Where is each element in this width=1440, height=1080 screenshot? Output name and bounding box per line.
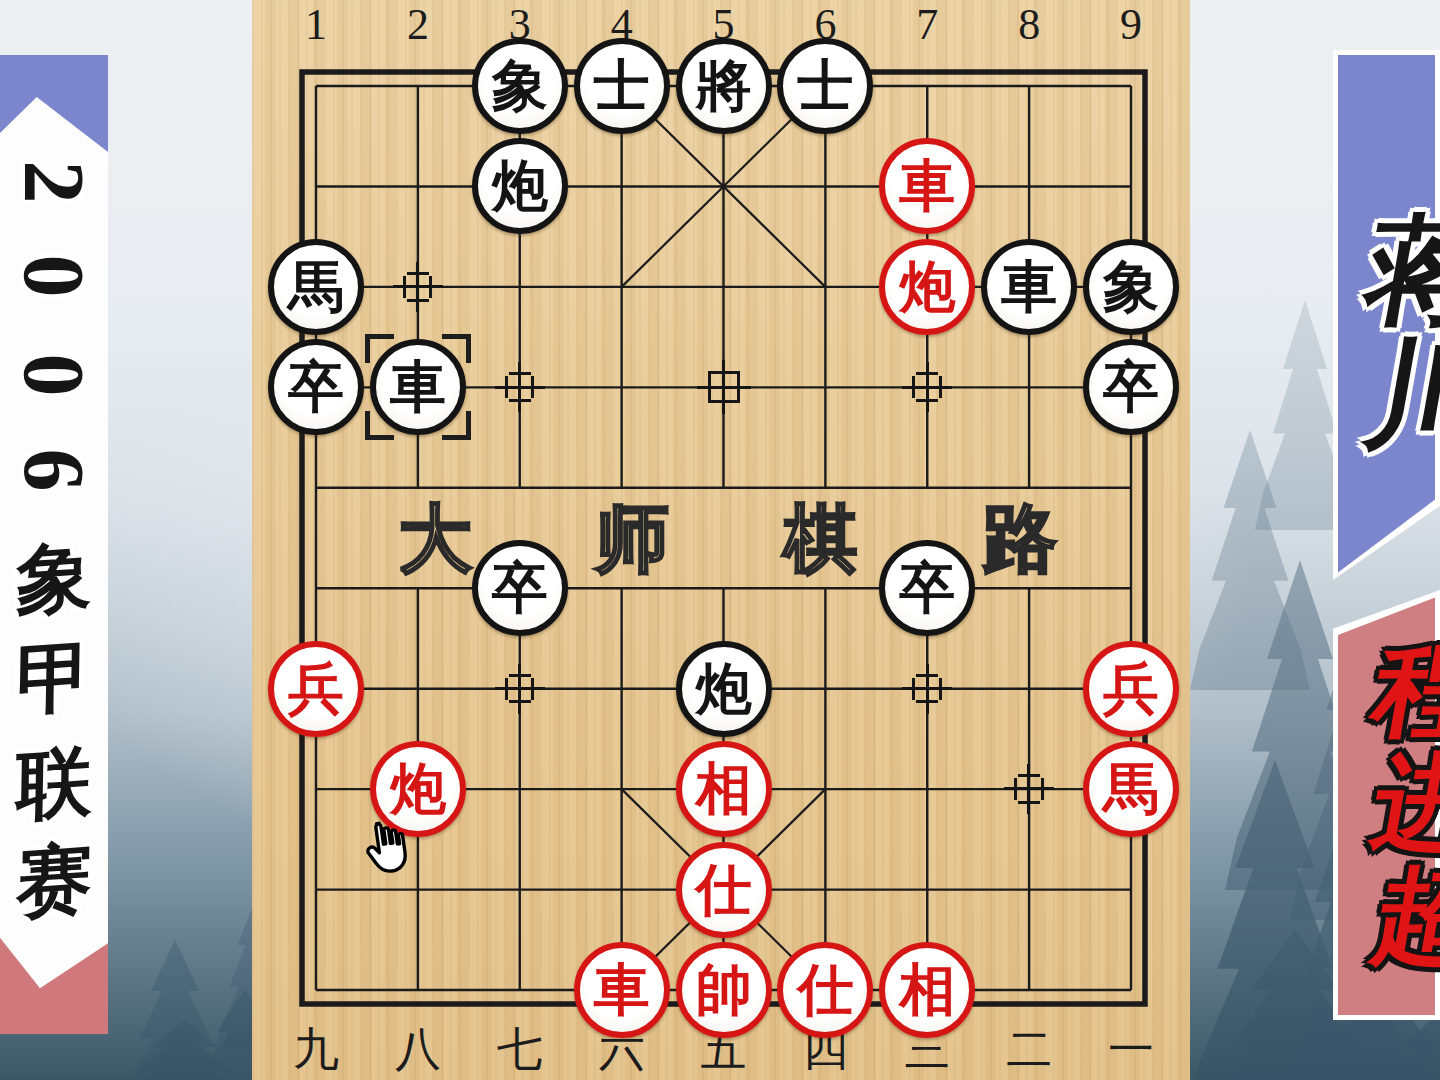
red-piece-車[interactable]: 車 [879, 138, 975, 234]
black-piece-車[interactable]: 車 [981, 239, 1077, 335]
red-piece-車[interactable]: 車 [574, 942, 670, 1038]
red-piece-仕[interactable]: 仕 [777, 942, 873, 1038]
bottom-file-label: 二 [1006, 1019, 1052, 1080]
bottom-file-label: 八 [395, 1019, 441, 1080]
red-piece-馬[interactable]: 馬 [1083, 741, 1179, 837]
river-char: 师 [595, 490, 669, 590]
move-origin-marker [697, 360, 751, 414]
point-marker [495, 664, 545, 714]
black-piece-炮[interactable]: 炮 [472, 138, 568, 234]
left-banner-char: 0 [4, 354, 104, 397]
black-piece-象[interactable]: 象 [1083, 239, 1179, 335]
left-banner-char: 象 [15, 526, 93, 635]
black-piece-卒[interactable]: 卒 [472, 540, 568, 636]
black-piece-車[interactable]: 車 [370, 339, 466, 435]
point-marker [1004, 764, 1054, 814]
black-piece-炮[interactable]: 炮 [676, 641, 772, 737]
left-banner-char: 联 [15, 731, 93, 840]
river-char: 路 [983, 490, 1057, 590]
black-piece-士[interactable]: 士 [777, 38, 873, 134]
red-piece-相[interactable]: 相 [676, 741, 772, 837]
point-marker [902, 362, 952, 412]
top-file-label: 7 [916, 0, 938, 50]
black-piece-卒[interactable]: 卒 [1083, 339, 1179, 435]
red-piece-炮[interactable]: 炮 [879, 239, 975, 335]
bottom-file-label: 七 [497, 1019, 543, 1080]
river-char: 大 [398, 490, 472, 590]
black-piece-士[interactable]: 士 [574, 38, 670, 134]
top-file-label: 9 [1120, 0, 1142, 50]
red-piece-帥[interactable]: 帥 [676, 942, 772, 1038]
left-banner-char: 赛 [15, 828, 93, 937]
top-file-label: 1 [305, 0, 327, 50]
bottom-file-label: 九 [293, 1019, 339, 1080]
black-piece-將[interactable]: 將 [676, 38, 772, 134]
red-piece-兵[interactable]: 兵 [1083, 641, 1179, 737]
point-marker [495, 362, 545, 412]
black-piece-象[interactable]: 象 [472, 38, 568, 134]
left-banner-char: 0 [4, 255, 104, 298]
video-frame: 大师棋路 123456789九八七六五四三二一 象士將士炮車馬炮車象卒車卒卒卒兵… [0, 0, 1440, 1080]
point-marker [902, 664, 952, 714]
hand-cursor-icon [351, 812, 417, 883]
red-piece-仕[interactable]: 仕 [676, 842, 772, 938]
left-banner-char: 6 [4, 449, 104, 492]
top-file-label: 2 [407, 0, 429, 50]
red-piece-兵[interactable]: 兵 [268, 641, 364, 737]
black-piece-馬[interactable]: 馬 [268, 239, 364, 335]
black-piece-卒[interactable]: 卒 [879, 540, 975, 636]
red-piece-相[interactable]: 相 [879, 942, 975, 1038]
bottom-file-label: 一 [1108, 1019, 1154, 1080]
left-banner-char: 甲 [15, 626, 93, 735]
top-file-label: 8 [1018, 0, 1040, 50]
river-char: 棋 [783, 490, 857, 590]
point-marker [393, 262, 443, 312]
left-banner-char: 2 [4, 161, 104, 204]
black-piece-卒[interactable]: 卒 [268, 339, 364, 435]
